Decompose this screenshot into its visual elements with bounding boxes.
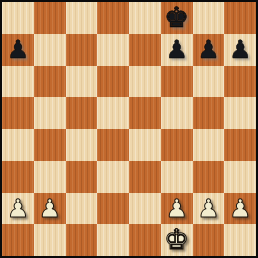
square-h1[interactable] xyxy=(224,224,256,256)
black-pawn-f7[interactable]: ♟ xyxy=(165,37,187,62)
square-f3[interactable] xyxy=(161,161,193,193)
square-a4[interactable] xyxy=(2,129,34,161)
square-g5[interactable] xyxy=(193,97,225,129)
white-pawn-a2[interactable]: ♟ xyxy=(7,196,29,221)
white-pawn-h2[interactable]: ♟ xyxy=(229,196,251,221)
square-d5[interactable] xyxy=(97,97,129,129)
square-h2[interactable]: ♟ xyxy=(224,193,256,225)
square-g8[interactable] xyxy=(193,2,225,34)
square-d8[interactable] xyxy=(97,2,129,34)
square-d4[interactable] xyxy=(97,129,129,161)
square-g4[interactable] xyxy=(193,129,225,161)
square-h4[interactable] xyxy=(224,129,256,161)
black-pawn-g7[interactable]: ♟ xyxy=(197,37,219,62)
square-c5[interactable] xyxy=(66,97,98,129)
white-king-f1[interactable]: ♚ xyxy=(164,226,189,254)
square-f2[interactable]: ♟ xyxy=(161,193,193,225)
black-king-f8[interactable]: ♚ xyxy=(164,4,189,32)
square-d6[interactable] xyxy=(97,66,129,98)
square-f7[interactable]: ♟ xyxy=(161,34,193,66)
square-g7[interactable]: ♟ xyxy=(193,34,225,66)
square-a2[interactable]: ♟ xyxy=(2,193,34,225)
square-a5[interactable] xyxy=(2,97,34,129)
square-f1[interactable]: ♚ xyxy=(161,224,193,256)
square-e3[interactable] xyxy=(129,161,161,193)
square-a6[interactable] xyxy=(2,66,34,98)
black-pawn-a7[interactable]: ♟ xyxy=(7,37,29,62)
square-g1[interactable] xyxy=(193,224,225,256)
white-pawn-f2[interactable]: ♟ xyxy=(165,196,187,221)
square-h7[interactable]: ♟ xyxy=(224,34,256,66)
square-h6[interactable] xyxy=(224,66,256,98)
square-g2[interactable]: ♟ xyxy=(193,193,225,225)
square-d7[interactable] xyxy=(97,34,129,66)
square-d3[interactable] xyxy=(97,161,129,193)
square-h8[interactable] xyxy=(224,2,256,34)
square-a3[interactable] xyxy=(2,161,34,193)
chess-board[interactable]: ♚♟♟♟♟♟♟♟♟♟♚ xyxy=(0,0,258,258)
square-d1[interactable] xyxy=(97,224,129,256)
square-b6[interactable] xyxy=(34,66,66,98)
square-e8[interactable] xyxy=(129,2,161,34)
square-d2[interactable] xyxy=(97,193,129,225)
square-f4[interactable] xyxy=(161,129,193,161)
square-f8[interactable]: ♚ xyxy=(161,2,193,34)
square-b4[interactable] xyxy=(34,129,66,161)
white-pawn-b2[interactable]: ♟ xyxy=(38,196,60,221)
square-b8[interactable] xyxy=(34,2,66,34)
square-c2[interactable] xyxy=(66,193,98,225)
square-h5[interactable] xyxy=(224,97,256,129)
square-g3[interactable] xyxy=(193,161,225,193)
square-c6[interactable] xyxy=(66,66,98,98)
square-e7[interactable] xyxy=(129,34,161,66)
square-b7[interactable] xyxy=(34,34,66,66)
square-e2[interactable] xyxy=(129,193,161,225)
square-e1[interactable] xyxy=(129,224,161,256)
square-c8[interactable] xyxy=(66,2,98,34)
square-b3[interactable] xyxy=(34,161,66,193)
square-a1[interactable] xyxy=(2,224,34,256)
black-pawn-h7[interactable]: ♟ xyxy=(229,37,251,62)
square-f6[interactable] xyxy=(161,66,193,98)
square-a8[interactable] xyxy=(2,2,34,34)
square-b2[interactable]: ♟ xyxy=(34,193,66,225)
square-c3[interactable] xyxy=(66,161,98,193)
square-e6[interactable] xyxy=(129,66,161,98)
square-c1[interactable] xyxy=(66,224,98,256)
square-e4[interactable] xyxy=(129,129,161,161)
square-f5[interactable] xyxy=(161,97,193,129)
white-pawn-g2[interactable]: ♟ xyxy=(197,196,219,221)
square-c4[interactable] xyxy=(66,129,98,161)
square-e5[interactable] xyxy=(129,97,161,129)
square-c7[interactable] xyxy=(66,34,98,66)
square-a7[interactable]: ♟ xyxy=(2,34,34,66)
square-b5[interactable] xyxy=(34,97,66,129)
square-g6[interactable] xyxy=(193,66,225,98)
square-h3[interactable] xyxy=(224,161,256,193)
square-b1[interactable] xyxy=(34,224,66,256)
